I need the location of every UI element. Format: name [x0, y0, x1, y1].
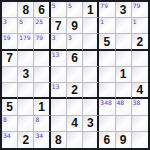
given-digit: 9: [71, 20, 78, 32]
cell-r3c5[interactable]: 3: [67, 34, 83, 50]
given-digit: 2: [71, 84, 78, 96]
cell-r7c7[interactable]: 348: [99, 99, 115, 115]
cell-r2c1[interactable]: 3: [2, 18, 18, 34]
given-digit: 3: [120, 4, 127, 16]
pencil-marks: 79: [133, 3, 141, 9]
cell-r1c1[interactable]: [2, 2, 18, 18]
given-digit: 6: [104, 134, 111, 146]
given-digit: 9: [120, 134, 127, 146]
given-digit: 5: [104, 36, 111, 48]
cell-r8c4[interactable]: [51, 116, 67, 132]
cell-r9c5[interactable]: [67, 132, 83, 148]
cell-r8c9[interactable]: [132, 116, 148, 132]
cell-r1c8[interactable]: 3: [116, 2, 132, 18]
cell-r9c2[interactable]: 2: [18, 132, 34, 148]
given-digit: 7: [6, 52, 13, 64]
given-digit: 8: [22, 4, 29, 16]
given-digit: 1: [120, 68, 127, 80]
given-digit: 2: [137, 36, 144, 48]
given-digit: 3: [87, 117, 94, 129]
cell-r6c8[interactable]: [116, 83, 132, 99]
cell-r3c8[interactable]: [116, 34, 132, 50]
cell-r4c8[interactable]: [116, 51, 132, 67]
given-digit: 4: [71, 117, 78, 129]
cell-r6c3[interactable]: [34, 83, 50, 99]
cell-r7c8[interactable]: 48: [116, 99, 132, 115]
cell-r6c9[interactable]: 4: [132, 83, 148, 99]
pencil-marks: 1: [133, 19, 137, 25]
cell-r6c2[interactable]: [18, 83, 34, 99]
cell-r2c6[interactable]: [83, 18, 99, 34]
cell-r9c1[interactable]: 34: [2, 132, 18, 148]
cell-r5c9[interactable]: [132, 67, 148, 83]
cell-r1c9[interactable]: 79: [132, 2, 148, 18]
given-digit: 4: [137, 84, 144, 96]
cell-r5c6[interactable]: [83, 67, 99, 83]
pencil-marks: 13: [52, 52, 60, 58]
cell-r8c7[interactable]: [99, 116, 115, 132]
cell-r5c2[interactable]: 3: [18, 67, 34, 83]
cell-r3c4[interactable]: 3: [51, 34, 67, 50]
cell-r3c7[interactable]: 5: [99, 34, 115, 50]
cell-r1c6[interactable]: 1: [83, 2, 99, 18]
pencil-marks: 3: [68, 35, 72, 41]
pencil-marks: 19: [3, 35, 11, 41]
cell-r4c7[interactable]: [99, 51, 115, 67]
cell-r5c3[interactable]: [34, 67, 50, 83]
given-digit: 5: [6, 101, 13, 113]
cell-r1c4[interactable]: 5: [51, 2, 67, 18]
cell-r8c2[interactable]: [18, 116, 34, 132]
cell-r7c9[interactable]: 38: [132, 99, 148, 115]
cell-r9c4[interactable]: 8: [51, 132, 67, 148]
cell-r9c9[interactable]: [132, 132, 148, 148]
cell-r3c2[interactable]: 179: [18, 34, 34, 50]
pencil-marks: 38: [133, 100, 141, 106]
cell-r8c8[interactable]: [116, 116, 132, 132]
cell-r2c8[interactable]: [116, 18, 132, 34]
cell-r4c6[interactable]: [83, 51, 99, 67]
cell-r8c3[interactable]: 8: [34, 116, 50, 132]
cell-r9c6[interactable]: [83, 132, 99, 148]
cell-r3c6[interactable]: [83, 34, 99, 50]
pencil-marks: 25: [35, 19, 43, 25]
pencil-marks: 13: [52, 84, 60, 90]
pencil-marks: 79: [100, 3, 108, 9]
cell-r1c2[interactable]: 8: [18, 2, 34, 18]
cell-r3c1[interactable]: 19: [2, 34, 18, 50]
cell-r6c5[interactable]: 2: [67, 83, 83, 99]
cell-r9c7[interactable]: 6: [99, 132, 115, 148]
cell-r1c7[interactable]: 79: [99, 2, 115, 18]
cell-r3c3[interactable]: 79: [34, 34, 50, 50]
sudoku-board: 8655179379352579111917979335271363113245…: [0, 0, 150, 150]
cell-r5c5[interactable]: [67, 67, 83, 83]
cell-r5c1[interactable]: [2, 67, 18, 83]
given-digit: 6: [71, 52, 78, 64]
pencil-marks: 179: [19, 35, 30, 41]
pencil-marks: 48: [117, 100, 125, 106]
pencil-marks: 34: [3, 133, 11, 139]
cell-r7c2[interactable]: [18, 99, 34, 115]
cell-r2c2[interactable]: 5: [18, 18, 34, 34]
cell-r7c1[interactable]: 5: [2, 99, 18, 115]
cell-r6c1[interactable]: [2, 83, 18, 99]
pencil-marks: 1: [100, 19, 104, 25]
given-digit: 7: [55, 20, 62, 32]
cell-r3c9[interactable]: 2: [132, 34, 148, 50]
cell-r4c9[interactable]: [132, 51, 148, 67]
cell-r9c8[interactable]: 9: [116, 132, 132, 148]
pencil-marks: 348: [100, 100, 111, 106]
cell-r5c8[interactable]: 1: [116, 67, 132, 83]
cell-r2c5[interactable]: 9: [67, 18, 83, 34]
cell-r5c4[interactable]: [51, 67, 67, 83]
cell-r8c5[interactable]: 4: [67, 116, 83, 132]
pencil-marks: 5: [68, 3, 72, 9]
cell-r6c4[interactable]: 13: [51, 83, 67, 99]
cell-r2c7[interactable]: 1: [99, 18, 115, 34]
pencil-marks: 3: [3, 19, 7, 25]
given-digit: 6: [38, 4, 45, 16]
given-digit: 8: [55, 134, 62, 146]
cell-r8c1[interactable]: 8: [2, 116, 18, 132]
pencil-marks: 3: [52, 35, 56, 41]
cell-r4c3[interactable]: [34, 51, 50, 67]
cell-r2c3[interactable]: 25: [34, 18, 50, 34]
cell-r7c3[interactable]: 1: [34, 99, 50, 115]
cell-r7c6[interactable]: [83, 99, 99, 115]
cell-r6c6[interactable]: [83, 83, 99, 99]
given-digit: 1: [87, 4, 94, 16]
pencil-marks: 5: [19, 19, 23, 25]
pencil-marks: 34: [35, 133, 43, 139]
pencil-marks: 79: [35, 35, 43, 41]
cell-r7c4[interactable]: [51, 99, 67, 115]
cell-r1c3[interactable]: 6: [34, 2, 50, 18]
cell-r6c7[interactable]: [99, 83, 115, 99]
cell-r4c5[interactable]: 6: [67, 51, 83, 67]
cell-r9c3[interactable]: 34: [34, 132, 50, 148]
cell-r2c4[interactable]: 7: [51, 18, 67, 34]
cell-r8c6[interactable]: 3: [83, 116, 99, 132]
cell-r4c1[interactable]: 7: [2, 51, 18, 67]
given-digit: 2: [22, 134, 29, 146]
cell-r1c5[interactable]: 5: [67, 2, 83, 18]
cell-r4c2[interactable]: [18, 51, 34, 67]
pencil-marks: 8: [3, 117, 7, 123]
cell-r4c4[interactable]: 13: [51, 51, 67, 67]
given-digit: 3: [22, 68, 29, 80]
pencil-marks: 8: [35, 117, 39, 123]
cell-r7c5[interactable]: [67, 99, 83, 115]
pencil-marks: 5: [52, 3, 56, 9]
given-digit: 1: [38, 101, 45, 113]
cell-r5c7[interactable]: [99, 67, 115, 83]
cell-r2c9[interactable]: 1: [132, 18, 148, 34]
